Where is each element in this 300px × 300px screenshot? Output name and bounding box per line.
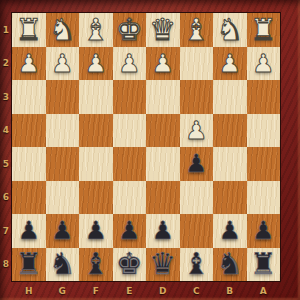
piece-black-pawn[interactable]: ♟ <box>152 218 174 243</box>
square-b4[interactable] <box>213 114 247 148</box>
piece-white-queen[interactable]: ♛ <box>149 15 176 45</box>
square-a6[interactable] <box>247 181 281 215</box>
square-e6[interactable] <box>113 181 147 215</box>
square-g7[interactable]: ♟ <box>46 214 80 248</box>
square-b8[interactable]: ♞ <box>213 248 247 282</box>
chess-board[interactable]: ♜♞♝♚♛♝♞♜♟♟♟♟♟♟♟♟♟♟♟♟♟♟♟♟♜♞♝♚♛♝♞♜ <box>12 13 280 281</box>
piece-white-pawn[interactable]: ♟ <box>219 51 241 76</box>
square-c4[interactable]: ♟ <box>180 114 214 148</box>
file-label-b: B <box>213 281 247 300</box>
rank-label-8: 8 <box>0 248 12 282</box>
piece-white-pawn[interactable]: ♟ <box>152 51 174 76</box>
square-d5[interactable] <box>146 147 180 181</box>
piece-black-pawn[interactable]: ♟ <box>18 218 40 243</box>
square-g4[interactable] <box>46 114 80 148</box>
file-label-c: C <box>180 281 214 300</box>
square-h5[interactable] <box>12 147 46 181</box>
square-f7[interactable]: ♟ <box>79 214 113 248</box>
square-e7[interactable]: ♟ <box>113 214 147 248</box>
piece-white-knight[interactable]: ♞ <box>216 15 243 45</box>
square-c8[interactable]: ♝ <box>180 248 214 282</box>
file-label-h: H <box>12 281 46 300</box>
file-label-a: A <box>247 281 281 300</box>
square-h2[interactable]: ♟ <box>12 47 46 81</box>
square-h1[interactable]: ♜ <box>12 13 46 47</box>
square-f8[interactable]: ♝ <box>79 248 113 282</box>
square-a8[interactable]: ♜ <box>247 248 281 282</box>
square-h8[interactable]: ♜ <box>12 248 46 282</box>
piece-black-pawn[interactable]: ♟ <box>118 218 140 243</box>
square-c6[interactable] <box>180 181 214 215</box>
piece-white-pawn[interactable]: ♟ <box>51 51 73 76</box>
square-b1[interactable]: ♞ <box>213 13 247 47</box>
chess-app: 1 2 3 4 5 6 7 8 ♜♞♝♚♛♝♞♜♟♟♟♟♟♟♟♟♟♟♟♟♟♟♟♟… <box>0 0 300 300</box>
square-d2[interactable]: ♟ <box>146 47 180 81</box>
square-e8[interactable]: ♚ <box>113 248 147 282</box>
square-f5[interactable] <box>79 147 113 181</box>
square-f6[interactable] <box>79 181 113 215</box>
square-c5[interactable]: ♟ <box>180 147 214 181</box>
square-g1[interactable]: ♞ <box>46 13 80 47</box>
piece-white-pawn[interactable]: ♟ <box>118 51 140 76</box>
rank-label-1: 1 <box>0 13 12 47</box>
square-h4[interactable] <box>12 114 46 148</box>
square-b3[interactable] <box>213 80 247 114</box>
square-d1[interactable]: ♛ <box>146 13 180 47</box>
piece-white-rook[interactable]: ♜ <box>15 15 42 45</box>
square-c2[interactable] <box>180 47 214 81</box>
rank-label-7: 7 <box>0 214 12 248</box>
piece-black-bishop[interactable]: ♝ <box>82 249 109 279</box>
square-a1[interactable]: ♜ <box>247 13 281 47</box>
square-b2[interactable]: ♟ <box>213 47 247 81</box>
square-d7[interactable]: ♟ <box>146 214 180 248</box>
square-h3[interactable] <box>12 80 46 114</box>
rank-label-2: 2 <box>0 47 12 81</box>
square-a5[interactable] <box>247 147 281 181</box>
file-labels: H G F E D C B A <box>12 281 280 300</box>
square-h7[interactable]: ♟ <box>12 214 46 248</box>
rank-label-4: 4 <box>0 114 12 148</box>
square-g6[interactable] <box>46 181 80 215</box>
piece-black-pawn[interactable]: ♟ <box>219 218 241 243</box>
square-h6[interactable] <box>12 181 46 215</box>
rank-label-5: 5 <box>0 147 12 181</box>
piece-white-pawn[interactable]: ♟ <box>18 51 40 76</box>
square-f3[interactable] <box>79 80 113 114</box>
square-e5[interactable] <box>113 147 147 181</box>
piece-white-bishop[interactable]: ♝ <box>183 15 210 45</box>
file-label-g: G <box>46 281 80 300</box>
square-a3[interactable] <box>247 80 281 114</box>
square-f2[interactable]: ♟ <box>79 47 113 81</box>
piece-black-queen[interactable]: ♛ <box>149 249 176 279</box>
square-e2[interactable]: ♟ <box>113 47 147 81</box>
square-e3[interactable] <box>113 80 147 114</box>
square-d4[interactable] <box>146 114 180 148</box>
piece-black-bishop[interactable]: ♝ <box>183 249 210 279</box>
piece-black-pawn[interactable]: ♟ <box>51 218 73 243</box>
square-a2[interactable]: ♟ <box>247 47 281 81</box>
file-label-e: E <box>113 281 147 300</box>
square-e4[interactable] <box>113 114 147 148</box>
square-d8[interactable]: ♛ <box>146 248 180 282</box>
square-b6[interactable] <box>213 181 247 215</box>
piece-white-pawn[interactable]: ♟ <box>185 118 207 143</box>
piece-white-pawn[interactable]: ♟ <box>85 51 107 76</box>
square-c7[interactable] <box>180 214 214 248</box>
square-g8[interactable]: ♞ <box>46 248 80 282</box>
square-f4[interactable] <box>79 114 113 148</box>
square-d6[interactable] <box>146 181 180 215</box>
piece-black-pawn[interactable]: ♟ <box>85 218 107 243</box>
square-a4[interactable] <box>247 114 281 148</box>
rank-label-6: 6 <box>0 181 12 215</box>
square-a7[interactable]: ♟ <box>247 214 281 248</box>
square-g5[interactable] <box>46 147 80 181</box>
piece-white-bishop[interactable]: ♝ <box>82 15 109 45</box>
square-c3[interactable] <box>180 80 214 114</box>
square-e1[interactable]: ♚ <box>113 13 147 47</box>
rank-label-3: 3 <box>0 80 12 114</box>
square-c1[interactable]: ♝ <box>180 13 214 47</box>
square-f1[interactable]: ♝ <box>79 13 113 47</box>
square-g3[interactable] <box>46 80 80 114</box>
piece-white-rook[interactable]: ♜ <box>250 15 277 45</box>
square-b7[interactable]: ♟ <box>213 214 247 248</box>
file-label-f: F <box>79 281 113 300</box>
square-b5[interactable] <box>213 147 247 181</box>
piece-black-rook[interactable]: ♜ <box>15 249 42 279</box>
piece-black-knight[interactable]: ♞ <box>49 249 76 279</box>
square-d3[interactable] <box>146 80 180 114</box>
piece-white-king[interactable]: ♚ <box>116 15 143 45</box>
piece-white-knight[interactable]: ♞ <box>49 15 76 45</box>
piece-black-king[interactable]: ♚ <box>116 249 143 279</box>
square-g2[interactable]: ♟ <box>46 47 80 81</box>
file-label-d: D <box>146 281 180 300</box>
piece-black-rook[interactable]: ♜ <box>250 249 277 279</box>
piece-black-pawn[interactable]: ♟ <box>252 218 274 243</box>
rank-labels: 1 2 3 4 5 6 7 8 <box>0 13 12 281</box>
piece-black-pawn[interactable]: ♟ <box>185 151 207 176</box>
piece-white-pawn[interactable]: ♟ <box>252 51 274 76</box>
piece-black-knight[interactable]: ♞ <box>216 249 243 279</box>
